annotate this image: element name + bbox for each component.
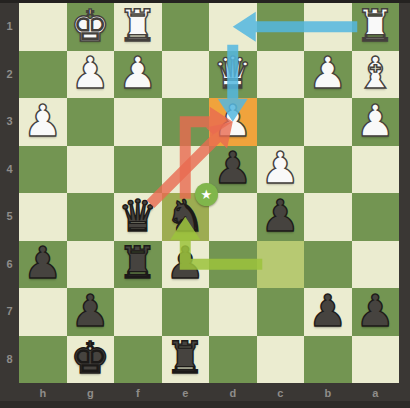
square-b5[interactable] <box>304 193 352 241</box>
rank-label-5: 5 <box>0 193 19 241</box>
square-g7[interactable]: ♟ <box>67 288 115 336</box>
file-label-h: h <box>19 383 67 403</box>
piece-white-P-b2[interactable]: ♟ <box>308 51 347 95</box>
square-h3[interactable]: ♟ <box>19 98 67 146</box>
square-g1[interactable]: ♚ <box>67 3 115 51</box>
square-b7[interactable]: ♟ <box>304 288 352 336</box>
square-c8[interactable] <box>257 336 305 384</box>
square-g2[interactable]: ♟ <box>67 51 115 99</box>
piece-black-P-a7[interactable]: ♟ <box>356 289 395 333</box>
square-c4[interactable]: ♟ <box>257 146 305 194</box>
file-label-e: e <box>162 383 210 403</box>
square-a1[interactable]: ♜ <box>352 3 400 51</box>
file-label-b: b <box>304 383 352 403</box>
square-b8[interactable] <box>304 336 352 384</box>
square-b6[interactable] <box>304 241 352 289</box>
square-a7[interactable]: ♟ <box>352 288 400 336</box>
square-e3[interactable] <box>162 98 210 146</box>
piece-black-K-g8[interactable]: ♚ <box>71 336 110 380</box>
square-e7[interactable] <box>162 288 210 336</box>
square-d7[interactable] <box>209 288 257 336</box>
square-e6[interactable]: ♟ <box>162 241 210 289</box>
piece-white-P-a3[interactable]: ♟ <box>356 99 395 143</box>
file-label-c: c <box>257 383 305 403</box>
rank-label-6: 6 <box>0 241 19 289</box>
piece-white-P-d3[interactable]: ♟ <box>213 99 252 143</box>
square-f1[interactable]: ♜ <box>114 3 162 51</box>
square-c3[interactable] <box>257 98 305 146</box>
square-c6[interactable] <box>257 241 305 289</box>
piece-black-R-e8[interactable]: ♜ <box>166 336 205 380</box>
piece-black-P-e6[interactable]: ♟ <box>166 241 205 285</box>
square-c1[interactable] <box>257 3 305 51</box>
piece-white-R-f1[interactable]: ♜ <box>118 4 157 48</box>
best-move-star-badge: ★ <box>195 183 218 206</box>
chess-analysis-board: 12345678 ♚♜♜♟♟♛♟♝♟♟♟♟♟♛♞♟♟♜♟♟♟♟♚♜ ★ hgfe… <box>0 0 410 408</box>
square-e8[interactable]: ♜ <box>162 336 210 384</box>
piece-white-P-f2[interactable]: ♟ <box>118 51 157 95</box>
square-a6[interactable] <box>352 241 400 289</box>
piece-white-Q-d2[interactable]: ♛ <box>213 51 252 95</box>
square-b4[interactable] <box>304 146 352 194</box>
square-a5[interactable] <box>352 193 400 241</box>
square-h7[interactable] <box>19 288 67 336</box>
piece-white-P-g2[interactable]: ♟ <box>71 51 110 95</box>
square-b2[interactable]: ♟ <box>304 51 352 99</box>
square-g3[interactable] <box>67 98 115 146</box>
square-h2[interactable] <box>19 51 67 99</box>
square-c5[interactable]: ♟ <box>257 193 305 241</box>
piece-black-P-c5[interactable]: ♟ <box>261 194 300 238</box>
piece-black-P-g7[interactable]: ♟ <box>71 289 110 333</box>
square-f5[interactable]: ♛ <box>114 193 162 241</box>
square-d8[interactable] <box>209 336 257 384</box>
rank-label-2: 2 <box>0 51 19 99</box>
square-g6[interactable] <box>67 241 115 289</box>
square-f7[interactable] <box>114 288 162 336</box>
file-label-d: d <box>209 383 257 403</box>
star-icon: ★ <box>200 188 212 201</box>
piece-white-P-h3[interactable]: ♟ <box>23 99 62 143</box>
square-a8[interactable] <box>352 336 400 384</box>
square-h4[interactable] <box>19 146 67 194</box>
square-d4[interactable]: ♟ <box>209 146 257 194</box>
piece-white-R-a1[interactable]: ♜ <box>356 4 395 48</box>
square-d3[interactable]: ♟ <box>209 98 257 146</box>
square-c2[interactable] <box>257 51 305 99</box>
square-d6[interactable] <box>209 241 257 289</box>
file-label-g: g <box>67 383 115 403</box>
bottom-edge-strip <box>0 401 410 408</box>
square-h6[interactable]: ♟ <box>19 241 67 289</box>
square-h5[interactable] <box>19 193 67 241</box>
rank-label-7: 7 <box>0 288 19 336</box>
square-b3[interactable] <box>304 98 352 146</box>
file-label-a: a <box>352 383 400 403</box>
square-b1[interactable] <box>304 3 352 51</box>
square-e1[interactable] <box>162 3 210 51</box>
square-f4[interactable] <box>114 146 162 194</box>
square-d1[interactable] <box>209 3 257 51</box>
square-d2[interactable]: ♛ <box>209 51 257 99</box>
square-f6[interactable]: ♜ <box>114 241 162 289</box>
square-g5[interactable] <box>67 193 115 241</box>
rank-label-1: 1 <box>0 3 19 51</box>
piece-white-P-c4[interactable]: ♟ <box>261 146 300 190</box>
piece-white-K-g1[interactable]: ♚ <box>71 4 110 48</box>
square-g8[interactable]: ♚ <box>67 336 115 384</box>
square-f3[interactable] <box>114 98 162 146</box>
square-h1[interactable] <box>19 3 67 51</box>
piece-black-P-b7[interactable]: ♟ <box>308 289 347 333</box>
rank-coordinates: 12345678 <box>0 3 19 383</box>
square-a4[interactable] <box>352 146 400 194</box>
square-a2[interactable]: ♝ <box>352 51 400 99</box>
piece-white-B-a2[interactable]: ♝ <box>356 51 395 95</box>
rank-label-4: 4 <box>0 146 19 194</box>
rank-label-8: 8 <box>0 336 19 384</box>
piece-black-R-f6[interactable]: ♜ <box>118 241 157 285</box>
square-f2[interactable]: ♟ <box>114 51 162 99</box>
piece-black-P-d4[interactable]: ♟ <box>213 146 252 190</box>
square-e2[interactable] <box>162 51 210 99</box>
square-h8[interactable] <box>19 336 67 384</box>
square-g4[interactable] <box>67 146 115 194</box>
piece-black-Q-f5[interactable]: ♛ <box>118 194 157 238</box>
file-label-f: f <box>114 383 162 403</box>
square-f8[interactable] <box>114 336 162 384</box>
file-coordinates: hgfedcba <box>19 383 399 403</box>
piece-black-P-h6[interactable]: ♟ <box>23 241 62 285</box>
square-c7[interactable] <box>257 288 305 336</box>
square-a3[interactable]: ♟ <box>352 98 400 146</box>
rank-label-3: 3 <box>0 98 19 146</box>
